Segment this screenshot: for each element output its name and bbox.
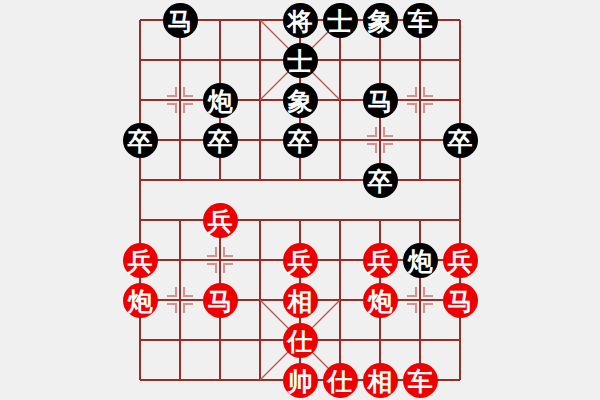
piece-glyph: 卒 — [128, 129, 153, 154]
piece-glyph: 卒 — [368, 169, 393, 194]
point-marker — [367, 127, 393, 153]
piece-black-chariot[interactable]: 车 — [403, 3, 438, 38]
piece-glyph: 马 — [448, 289, 473, 314]
piece-glyph: 士 — [328, 9, 353, 34]
piece-glyph: 象 — [288, 89, 313, 114]
point-marker — [407, 87, 433, 113]
piece-glyph: 兵 — [448, 249, 473, 274]
piece-glyph: 马 — [168, 9, 193, 34]
point-marker — [207, 247, 233, 273]
piece-glyph: 仕 — [328, 369, 353, 394]
piece-glyph: 卒 — [208, 129, 233, 154]
piece-glyph: 车 — [408, 369, 433, 394]
piece-red-advisor[interactable]: 仕 — [323, 363, 358, 398]
piece-red-soldier[interactable]: 兵 — [363, 243, 398, 278]
piece-glyph: 马 — [208, 289, 233, 314]
piece-red-general[interactable]: 帅 — [283, 363, 318, 398]
piece-black-advisor[interactable]: 士 — [323, 3, 358, 38]
piece-red-advisor[interactable]: 仕 — [283, 323, 318, 358]
piece-red-soldier[interactable]: 兵 — [283, 243, 318, 278]
piece-glyph: 相 — [288, 289, 313, 314]
piece-red-elephant[interactable]: 相 — [363, 363, 398, 398]
piece-glyph: 车 — [408, 9, 433, 34]
piece-black-cannon[interactable]: 炮 — [203, 83, 238, 118]
piece-red-chariot[interactable]: 车 — [403, 363, 438, 398]
piece-glyph: 炮 — [408, 249, 433, 274]
board-grid[interactable]: 马将士象车士炮象马卒卒卒卒卒炮兵兵兵兵兵炮马相炮马仕帅仕相车 — [120, 0, 480, 400]
piece-glyph: 仕 — [288, 329, 313, 354]
piece-red-soldier[interactable]: 兵 — [443, 243, 478, 278]
xiangqi-board-screen: 马将士象车士炮象马卒卒卒卒卒炮兵兵兵兵兵炮马相炮马仕帅仕相车 — [0, 0, 600, 400]
piece-glyph: 象 — [368, 9, 393, 34]
piece-red-soldier[interactable]: 兵 — [203, 203, 238, 238]
piece-glyph: 卒 — [288, 129, 313, 154]
piece-glyph: 炮 — [208, 89, 233, 114]
piece-black-advisor[interactable]: 士 — [283, 43, 318, 78]
piece-glyph: 卒 — [448, 129, 473, 154]
piece-glyph: 兵 — [128, 249, 153, 274]
point-marker — [167, 87, 193, 113]
piece-red-soldier[interactable]: 兵 — [123, 243, 158, 278]
piece-black-general[interactable]: 将 — [283, 3, 318, 38]
point-marker — [407, 287, 433, 313]
piece-glyph: 马 — [368, 89, 393, 114]
piece-glyph: 将 — [288, 9, 313, 34]
piece-glyph: 帅 — [288, 369, 313, 394]
piece-glyph: 士 — [288, 49, 313, 74]
piece-black-soldier[interactable]: 卒 — [123, 123, 158, 158]
piece-red-horse[interactable]: 马 — [203, 283, 238, 318]
piece-glyph: 兵 — [368, 249, 393, 274]
piece-glyph: 兵 — [288, 249, 313, 274]
piece-red-horse[interactable]: 马 — [443, 283, 478, 318]
piece-black-horse[interactable]: 马 — [163, 3, 198, 38]
piece-glyph: 兵 — [208, 209, 233, 234]
piece-glyph: 炮 — [128, 289, 153, 314]
piece-red-cannon[interactable]: 炮 — [363, 283, 398, 318]
point-marker — [167, 287, 193, 313]
piece-black-cannon[interactable]: 炮 — [403, 243, 438, 278]
piece-black-elephant[interactable]: 象 — [283, 83, 318, 118]
piece-black-horse[interactable]: 马 — [363, 83, 398, 118]
piece-black-elephant[interactable]: 象 — [363, 3, 398, 38]
piece-black-soldier[interactable]: 卒 — [363, 163, 398, 198]
piece-glyph: 炮 — [368, 289, 393, 314]
piece-red-cannon[interactable]: 炮 — [123, 283, 158, 318]
piece-red-elephant[interactable]: 相 — [283, 283, 318, 318]
piece-black-soldier[interactable]: 卒 — [443, 123, 478, 158]
piece-glyph: 相 — [368, 369, 393, 394]
piece-black-soldier[interactable]: 卒 — [283, 123, 318, 158]
piece-black-soldier[interactable]: 卒 — [203, 123, 238, 158]
